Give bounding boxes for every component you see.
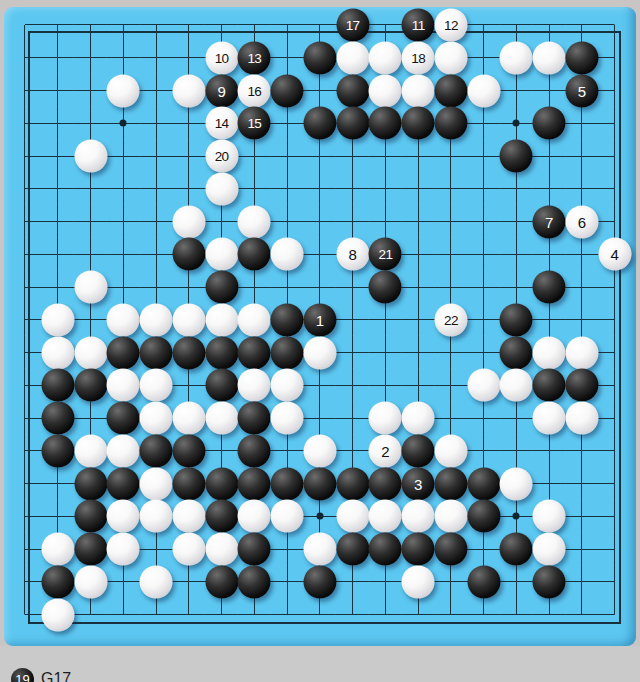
intersection[interactable] bbox=[467, 435, 500, 468]
intersection[interactable] bbox=[140, 303, 173, 336]
intersection[interactable] bbox=[238, 205, 271, 238]
intersection[interactable] bbox=[402, 598, 435, 631]
intersection[interactable] bbox=[74, 107, 107, 140]
intersection[interactable] bbox=[435, 467, 468, 500]
intersection[interactable] bbox=[402, 238, 435, 271]
intersection[interactable] bbox=[41, 238, 74, 271]
intersection[interactable] bbox=[598, 500, 631, 533]
intersection[interactable] bbox=[336, 205, 369, 238]
intersection[interactable] bbox=[435, 140, 468, 173]
intersection[interactable] bbox=[598, 9, 631, 42]
intersection[interactable] bbox=[435, 402, 468, 435]
intersection[interactable] bbox=[107, 369, 140, 402]
intersection[interactable] bbox=[205, 336, 238, 369]
intersection[interactable] bbox=[533, 41, 566, 74]
intersection[interactable] bbox=[500, 435, 533, 468]
intersection[interactable] bbox=[402, 303, 435, 336]
intersection[interactable] bbox=[566, 172, 599, 205]
intersection[interactable] bbox=[172, 140, 205, 173]
intersection[interactable] bbox=[336, 500, 369, 533]
intersection[interactable] bbox=[140, 598, 173, 631]
intersection[interactable] bbox=[336, 303, 369, 336]
intersection[interactable] bbox=[172, 172, 205, 205]
intersection[interactable] bbox=[9, 205, 42, 238]
intersection[interactable] bbox=[566, 303, 599, 336]
intersection[interactable] bbox=[533, 74, 566, 107]
intersection[interactable] bbox=[303, 533, 336, 566]
intersection[interactable] bbox=[435, 41, 468, 74]
intersection[interactable] bbox=[566, 9, 599, 42]
intersection[interactable] bbox=[140, 107, 173, 140]
intersection[interactable] bbox=[238, 467, 271, 500]
intersection[interactable] bbox=[172, 566, 205, 599]
intersection[interactable] bbox=[41, 598, 74, 631]
intersection[interactable] bbox=[172, 9, 205, 42]
intersection[interactable] bbox=[238, 533, 271, 566]
intersection[interactable] bbox=[271, 238, 304, 271]
intersection[interactable] bbox=[9, 336, 42, 369]
intersection[interactable] bbox=[402, 74, 435, 107]
intersection[interactable] bbox=[533, 172, 566, 205]
intersection[interactable] bbox=[500, 9, 533, 42]
intersection[interactable] bbox=[500, 238, 533, 271]
intersection[interactable] bbox=[336, 140, 369, 173]
intersection[interactable] bbox=[172, 369, 205, 402]
intersection[interactable] bbox=[205, 566, 238, 599]
intersection[interactable] bbox=[336, 41, 369, 74]
intersection[interactable] bbox=[566, 140, 599, 173]
intersection[interactable] bbox=[566, 533, 599, 566]
intersection[interactable] bbox=[336, 172, 369, 205]
intersection[interactable] bbox=[533, 9, 566, 42]
intersection[interactable] bbox=[140, 336, 173, 369]
intersection[interactable] bbox=[598, 467, 631, 500]
intersection[interactable] bbox=[533, 238, 566, 271]
intersection[interactable] bbox=[41, 41, 74, 74]
intersection[interactable] bbox=[369, 566, 402, 599]
intersection[interactable] bbox=[107, 467, 140, 500]
intersection[interactable] bbox=[566, 336, 599, 369]
intersection[interactable] bbox=[140, 500, 173, 533]
intersection[interactable] bbox=[41, 172, 74, 205]
intersection[interactable] bbox=[402, 402, 435, 435]
intersection[interactable] bbox=[467, 140, 500, 173]
intersection[interactable] bbox=[467, 172, 500, 205]
intersection[interactable] bbox=[107, 533, 140, 566]
intersection[interactable] bbox=[172, 336, 205, 369]
intersection[interactable] bbox=[74, 533, 107, 566]
intersection[interactable] bbox=[533, 598, 566, 631]
intersection[interactable] bbox=[172, 402, 205, 435]
intersection[interactable] bbox=[598, 107, 631, 140]
intersection[interactable] bbox=[500, 566, 533, 599]
intersection[interactable] bbox=[74, 336, 107, 369]
intersection[interactable] bbox=[140, 41, 173, 74]
intersection[interactable] bbox=[500, 533, 533, 566]
intersection[interactable] bbox=[500, 271, 533, 304]
intersection[interactable] bbox=[500, 74, 533, 107]
intersection[interactable] bbox=[402, 369, 435, 402]
intersection[interactable] bbox=[467, 271, 500, 304]
intersection[interactable] bbox=[41, 205, 74, 238]
intersection[interactable] bbox=[435, 205, 468, 238]
intersection[interactable] bbox=[205, 303, 238, 336]
intersection[interactable] bbox=[9, 41, 42, 74]
intersection[interactable] bbox=[271, 271, 304, 304]
intersection[interactable] bbox=[402, 107, 435, 140]
intersection[interactable] bbox=[500, 303, 533, 336]
intersection[interactable] bbox=[271, 533, 304, 566]
intersection[interactable] bbox=[172, 41, 205, 74]
intersection[interactable] bbox=[140, 533, 173, 566]
intersection[interactable] bbox=[238, 140, 271, 173]
intersection[interactable] bbox=[238, 566, 271, 599]
intersection[interactable]: 9 bbox=[205, 74, 238, 107]
intersection[interactable] bbox=[336, 598, 369, 631]
intersection[interactable] bbox=[336, 435, 369, 468]
intersection[interactable] bbox=[467, 369, 500, 402]
intersection[interactable] bbox=[303, 402, 336, 435]
intersection[interactable] bbox=[41, 566, 74, 599]
intersection[interactable] bbox=[205, 435, 238, 468]
intersection[interactable] bbox=[467, 402, 500, 435]
intersection[interactable] bbox=[435, 435, 468, 468]
intersection[interactable] bbox=[369, 107, 402, 140]
intersection[interactable] bbox=[303, 9, 336, 42]
intersection[interactable]: 16 bbox=[238, 74, 271, 107]
intersection[interactable] bbox=[598, 598, 631, 631]
intersection[interactable]: 5 bbox=[566, 74, 599, 107]
intersection[interactable] bbox=[140, 467, 173, 500]
intersection[interactable] bbox=[238, 303, 271, 336]
intersection[interactable] bbox=[41, 9, 74, 42]
intersection[interactable] bbox=[369, 369, 402, 402]
intersection[interactable] bbox=[435, 500, 468, 533]
intersection[interactable] bbox=[41, 271, 74, 304]
intersection[interactable] bbox=[336, 566, 369, 599]
intersection[interactable] bbox=[271, 336, 304, 369]
intersection[interactable] bbox=[369, 500, 402, 533]
intersection[interactable] bbox=[303, 74, 336, 107]
intersection[interactable] bbox=[9, 435, 42, 468]
intersection[interactable]: 17 bbox=[336, 9, 369, 42]
intersection[interactable] bbox=[303, 140, 336, 173]
intersection[interactable] bbox=[41, 369, 74, 402]
intersection[interactable] bbox=[369, 402, 402, 435]
intersection[interactable] bbox=[500, 205, 533, 238]
intersection[interactable] bbox=[271, 172, 304, 205]
intersection[interactable] bbox=[41, 435, 74, 468]
intersection[interactable] bbox=[107, 435, 140, 468]
intersection[interactable] bbox=[500, 598, 533, 631]
intersection[interactable] bbox=[435, 369, 468, 402]
intersection[interactable] bbox=[9, 533, 42, 566]
intersection[interactable] bbox=[533, 533, 566, 566]
intersection[interactable] bbox=[336, 369, 369, 402]
intersection[interactable] bbox=[140, 402, 173, 435]
intersection[interactable] bbox=[41, 74, 74, 107]
intersection[interactable] bbox=[369, 271, 402, 304]
intersection[interactable] bbox=[500, 336, 533, 369]
intersection[interactable] bbox=[435, 238, 468, 271]
intersection[interactable] bbox=[402, 205, 435, 238]
intersection[interactable] bbox=[271, 467, 304, 500]
intersection[interactable] bbox=[336, 336, 369, 369]
intersection[interactable] bbox=[172, 598, 205, 631]
intersection[interactable] bbox=[205, 533, 238, 566]
intersection[interactable] bbox=[402, 533, 435, 566]
intersection[interactable] bbox=[500, 107, 533, 140]
intersection[interactable] bbox=[303, 205, 336, 238]
intersection[interactable] bbox=[41, 303, 74, 336]
intersection[interactable] bbox=[271, 140, 304, 173]
intersection[interactable] bbox=[238, 9, 271, 42]
intersection[interactable] bbox=[533, 435, 566, 468]
intersection[interactable] bbox=[107, 74, 140, 107]
intersection[interactable] bbox=[336, 402, 369, 435]
intersection[interactable] bbox=[533, 303, 566, 336]
intersection[interactable] bbox=[598, 74, 631, 107]
intersection[interactable] bbox=[303, 107, 336, 140]
intersection[interactable] bbox=[271, 598, 304, 631]
intersection[interactable] bbox=[271, 205, 304, 238]
intersection[interactable] bbox=[303, 271, 336, 304]
intersection[interactable] bbox=[107, 205, 140, 238]
intersection[interactable] bbox=[435, 271, 468, 304]
intersection[interactable] bbox=[303, 41, 336, 74]
intersection[interactable] bbox=[205, 271, 238, 304]
intersection[interactable] bbox=[205, 238, 238, 271]
intersection[interactable] bbox=[271, 107, 304, 140]
intersection[interactable] bbox=[9, 598, 42, 631]
intersection[interactable] bbox=[107, 238, 140, 271]
intersection[interactable] bbox=[140, 9, 173, 42]
intersection[interactable] bbox=[435, 336, 468, 369]
intersection[interactable] bbox=[303, 467, 336, 500]
intersection[interactable] bbox=[598, 140, 631, 173]
intersection[interactable] bbox=[74, 172, 107, 205]
intersection[interactable]: 21 bbox=[369, 238, 402, 271]
intersection[interactable] bbox=[598, 271, 631, 304]
intersection[interactable] bbox=[533, 566, 566, 599]
intersection[interactable] bbox=[41, 107, 74, 140]
intersection[interactable] bbox=[9, 238, 42, 271]
intersection[interactable] bbox=[74, 467, 107, 500]
intersection[interactable] bbox=[303, 336, 336, 369]
intersection[interactable] bbox=[435, 107, 468, 140]
intersection[interactable] bbox=[336, 533, 369, 566]
intersection[interactable] bbox=[402, 140, 435, 173]
intersection[interactable] bbox=[271, 435, 304, 468]
intersection[interactable] bbox=[500, 140, 533, 173]
intersection[interactable] bbox=[238, 238, 271, 271]
intersection[interactable]: 22 bbox=[435, 303, 468, 336]
intersection[interactable] bbox=[271, 402, 304, 435]
intersection[interactable] bbox=[467, 598, 500, 631]
intersection[interactable] bbox=[41, 533, 74, 566]
intersection[interactable] bbox=[303, 500, 336, 533]
intersection[interactable]: 10 bbox=[205, 41, 238, 74]
intersection[interactable] bbox=[467, 41, 500, 74]
intersection[interactable] bbox=[205, 402, 238, 435]
intersection[interactable] bbox=[140, 205, 173, 238]
intersection[interactable] bbox=[598, 533, 631, 566]
intersection[interactable] bbox=[172, 238, 205, 271]
intersection[interactable] bbox=[566, 238, 599, 271]
intersection[interactable] bbox=[140, 566, 173, 599]
intersection[interactable] bbox=[74, 402, 107, 435]
intersection[interactable] bbox=[402, 336, 435, 369]
intersection[interactable] bbox=[74, 566, 107, 599]
intersection[interactable] bbox=[271, 74, 304, 107]
intersection[interactable] bbox=[369, 172, 402, 205]
intersection[interactable] bbox=[9, 107, 42, 140]
intersection[interactable] bbox=[9, 271, 42, 304]
intersection[interactable] bbox=[107, 41, 140, 74]
intersection[interactable] bbox=[467, 9, 500, 42]
intersection[interactable] bbox=[566, 402, 599, 435]
intersection[interactable] bbox=[533, 271, 566, 304]
intersection[interactable] bbox=[336, 467, 369, 500]
intersection[interactable] bbox=[533, 369, 566, 402]
intersection[interactable] bbox=[566, 435, 599, 468]
intersection[interactable] bbox=[303, 598, 336, 631]
intersection[interactable] bbox=[140, 369, 173, 402]
intersection[interactable] bbox=[500, 500, 533, 533]
intersection[interactable] bbox=[9, 467, 42, 500]
intersection[interactable] bbox=[533, 500, 566, 533]
intersection[interactable] bbox=[9, 566, 42, 599]
intersection[interactable] bbox=[598, 566, 631, 599]
intersection[interactable] bbox=[172, 467, 205, 500]
intersection[interactable] bbox=[402, 566, 435, 599]
intersection[interactable] bbox=[41, 500, 74, 533]
intersection[interactable] bbox=[74, 140, 107, 173]
intersection[interactable] bbox=[369, 140, 402, 173]
intersection[interactable] bbox=[238, 271, 271, 304]
intersection[interactable]: 11 bbox=[402, 9, 435, 42]
intersection[interactable] bbox=[369, 74, 402, 107]
intersection[interactable] bbox=[467, 500, 500, 533]
intersection[interactable] bbox=[238, 172, 271, 205]
intersection[interactable]: 13 bbox=[238, 41, 271, 74]
intersection[interactable] bbox=[435, 566, 468, 599]
intersection[interactable] bbox=[369, 533, 402, 566]
intersection[interactable]: 6 bbox=[566, 205, 599, 238]
intersection[interactable] bbox=[369, 205, 402, 238]
intersection[interactable] bbox=[74, 9, 107, 42]
intersection[interactable] bbox=[41, 140, 74, 173]
intersection[interactable] bbox=[533, 140, 566, 173]
intersection[interactable] bbox=[500, 41, 533, 74]
intersection[interactable] bbox=[271, 9, 304, 42]
intersection[interactable] bbox=[271, 41, 304, 74]
intersection[interactable] bbox=[238, 369, 271, 402]
intersection[interactable] bbox=[467, 107, 500, 140]
intersection[interactable]: 18 bbox=[402, 41, 435, 74]
intersection[interactable] bbox=[271, 303, 304, 336]
intersection[interactable] bbox=[74, 500, 107, 533]
intersection[interactable] bbox=[303, 172, 336, 205]
intersection[interactable] bbox=[533, 402, 566, 435]
intersection[interactable] bbox=[140, 435, 173, 468]
intersection[interactable] bbox=[107, 9, 140, 42]
intersection[interactable] bbox=[74, 369, 107, 402]
intersection[interactable] bbox=[9, 9, 42, 42]
intersection[interactable] bbox=[303, 566, 336, 599]
intersection[interactable]: 15 bbox=[238, 107, 271, 140]
intersection[interactable] bbox=[402, 500, 435, 533]
intersection[interactable] bbox=[205, 500, 238, 533]
intersection[interactable] bbox=[238, 435, 271, 468]
intersection[interactable] bbox=[140, 172, 173, 205]
intersection[interactable] bbox=[435, 598, 468, 631]
intersection[interactable] bbox=[336, 271, 369, 304]
intersection[interactable]: 3 bbox=[402, 467, 435, 500]
intersection[interactable]: 12 bbox=[435, 9, 468, 42]
intersection[interactable] bbox=[140, 140, 173, 173]
intersection[interactable] bbox=[435, 172, 468, 205]
intersection[interactable] bbox=[467, 336, 500, 369]
intersection[interactable] bbox=[303, 435, 336, 468]
intersection[interactable] bbox=[9, 303, 42, 336]
intersection[interactable] bbox=[74, 435, 107, 468]
intersection[interactable] bbox=[369, 9, 402, 42]
intersection[interactable] bbox=[107, 336, 140, 369]
intersection[interactable] bbox=[369, 467, 402, 500]
intersection[interactable] bbox=[172, 107, 205, 140]
intersection[interactable] bbox=[435, 74, 468, 107]
intersection[interactable] bbox=[205, 467, 238, 500]
intersection[interactable] bbox=[402, 172, 435, 205]
intersection[interactable] bbox=[467, 566, 500, 599]
intersection[interactable] bbox=[238, 500, 271, 533]
intersection[interactable] bbox=[303, 238, 336, 271]
intersection[interactable] bbox=[140, 238, 173, 271]
intersection[interactable] bbox=[74, 41, 107, 74]
intersection[interactable] bbox=[271, 369, 304, 402]
intersection[interactable] bbox=[566, 369, 599, 402]
intersection[interactable] bbox=[369, 598, 402, 631]
intersection[interactable] bbox=[500, 467, 533, 500]
intersection[interactable] bbox=[107, 172, 140, 205]
intersection[interactable] bbox=[598, 336, 631, 369]
intersection[interactable] bbox=[566, 467, 599, 500]
intersection[interactable] bbox=[107, 303, 140, 336]
intersection[interactable] bbox=[205, 172, 238, 205]
intersection[interactable] bbox=[107, 402, 140, 435]
intersection[interactable] bbox=[205, 9, 238, 42]
intersection[interactable] bbox=[598, 369, 631, 402]
intersection[interactable] bbox=[74, 303, 107, 336]
intersection[interactable] bbox=[369, 303, 402, 336]
intersection[interactable] bbox=[107, 566, 140, 599]
intersection[interactable] bbox=[467, 205, 500, 238]
intersection[interactable] bbox=[369, 336, 402, 369]
intersection[interactable] bbox=[74, 205, 107, 238]
intersection[interactable] bbox=[566, 500, 599, 533]
intersection[interactable] bbox=[566, 41, 599, 74]
intersection[interactable] bbox=[402, 271, 435, 304]
intersection[interactable] bbox=[107, 598, 140, 631]
intersection[interactable]: 20 bbox=[205, 140, 238, 173]
intersection[interactable] bbox=[467, 238, 500, 271]
intersection[interactable] bbox=[271, 500, 304, 533]
intersection[interactable] bbox=[41, 467, 74, 500]
intersection[interactable] bbox=[467, 74, 500, 107]
intersection[interactable] bbox=[74, 598, 107, 631]
intersection[interactable] bbox=[467, 467, 500, 500]
